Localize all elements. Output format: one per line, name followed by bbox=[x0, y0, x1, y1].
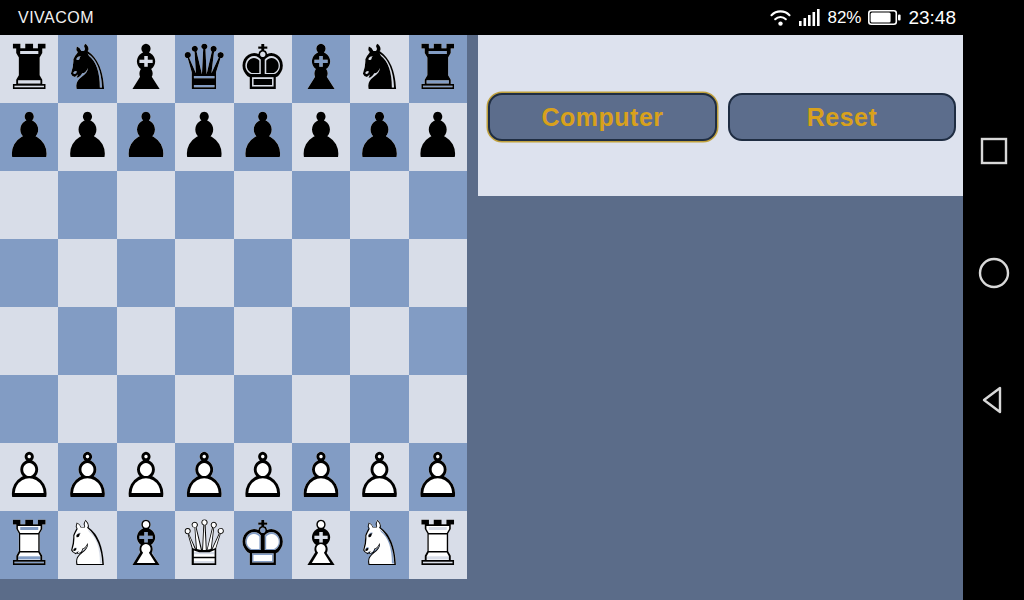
square-h4[interactable] bbox=[409, 307, 467, 375]
square-a2[interactable]: ♟♙ bbox=[0, 443, 58, 511]
square-c2[interactable]: ♟♙ bbox=[117, 443, 175, 511]
square-g5[interactable] bbox=[350, 239, 408, 307]
wifi-icon bbox=[769, 8, 792, 27]
piece-black-pawn: ♟♟ bbox=[409, 100, 467, 173]
piece-white-pawn: ♟♙ bbox=[58, 440, 116, 513]
square-a6[interactable] bbox=[0, 171, 58, 239]
square-c4[interactable] bbox=[117, 307, 175, 375]
carrier-label: VIVACOM bbox=[18, 0, 94, 35]
piece-black-knight: ♞♞ bbox=[350, 32, 408, 105]
computer-button[interactable]: Computer bbox=[488, 93, 717, 141]
square-c3[interactable] bbox=[117, 375, 175, 443]
android-nav-bar bbox=[963, 0, 1024, 600]
square-g1[interactable]: ♞♘ bbox=[350, 511, 408, 579]
piece-black-king: ♚♚ bbox=[234, 32, 292, 105]
piece-white-rook: ♜♖ bbox=[409, 508, 467, 581]
piece-black-bishop: ♝♝ bbox=[292, 32, 350, 105]
square-f7[interactable]: ♟♟ bbox=[292, 103, 350, 171]
square-f5[interactable] bbox=[292, 239, 350, 307]
piece-white-knight: ♞♘ bbox=[350, 508, 408, 581]
reset-button[interactable]: Reset bbox=[728, 93, 956, 141]
square-a5[interactable] bbox=[0, 239, 58, 307]
square-d4[interactable] bbox=[175, 307, 233, 375]
square-a1[interactable]: ♜♖ bbox=[0, 511, 58, 579]
status-right-cluster: 82% 23:48 bbox=[769, 0, 956, 35]
square-c7[interactable]: ♟♟ bbox=[117, 103, 175, 171]
piece-black-pawn: ♟♟ bbox=[350, 100, 408, 173]
square-d7[interactable]: ♟♟ bbox=[175, 103, 233, 171]
piece-white-pawn: ♟♙ bbox=[409, 440, 467, 513]
square-h5[interactable] bbox=[409, 239, 467, 307]
square-a7[interactable]: ♟♟ bbox=[0, 103, 58, 171]
home-circle-icon[interactable] bbox=[977, 256, 1011, 290]
piece-white-queen: ♛♕ bbox=[175, 508, 233, 581]
piece-black-bishop: ♝♝ bbox=[117, 32, 175, 105]
square-g6[interactable] bbox=[350, 171, 408, 239]
square-e7[interactable]: ♟♟ bbox=[234, 103, 292, 171]
recents-square-icon[interactable] bbox=[979, 136, 1009, 166]
piece-white-pawn: ♟♙ bbox=[350, 440, 408, 513]
piece-black-pawn: ♟♟ bbox=[0, 100, 58, 173]
square-e4[interactable] bbox=[234, 307, 292, 375]
piece-white-rook: ♜♖ bbox=[0, 508, 58, 581]
square-f1[interactable]: ♝♗ bbox=[292, 511, 350, 579]
piece-black-pawn: ♟♟ bbox=[175, 100, 233, 173]
status-bar: VIVACOM 82% 23:48 bbox=[0, 0, 1024, 35]
square-h6[interactable] bbox=[409, 171, 467, 239]
square-h2[interactable]: ♟♙ bbox=[409, 443, 467, 511]
piece-black-rook: ♜♜ bbox=[0, 32, 58, 105]
app-screen: VIVACOM 82% 23:48 ♜♜♞♞♝♝♛♛♚♚ bbox=[0, 0, 1024, 600]
piece-black-pawn: ♟♟ bbox=[117, 100, 175, 173]
square-c1[interactable]: ♝♗ bbox=[117, 511, 175, 579]
piece-black-rook: ♜♜ bbox=[409, 32, 467, 105]
square-b6[interactable] bbox=[58, 171, 116, 239]
square-h1[interactable]: ♜♖ bbox=[409, 511, 467, 579]
square-e3[interactable] bbox=[234, 375, 292, 443]
square-f8[interactable]: ♝♝ bbox=[292, 35, 350, 103]
square-h8[interactable]: ♜♜ bbox=[409, 35, 467, 103]
square-e8[interactable]: ♚♚ bbox=[234, 35, 292, 103]
square-b2[interactable]: ♟♙ bbox=[58, 443, 116, 511]
square-a4[interactable] bbox=[0, 307, 58, 375]
clock-label: 23:48 bbox=[908, 7, 956, 29]
square-a3[interactable] bbox=[0, 375, 58, 443]
piece-white-pawn: ♟♙ bbox=[117, 440, 175, 513]
signal-bars-icon bbox=[799, 9, 820, 26]
square-e5[interactable] bbox=[234, 239, 292, 307]
square-g4[interactable] bbox=[350, 307, 408, 375]
square-b7[interactable]: ♟♟ bbox=[58, 103, 116, 171]
battery-icon bbox=[868, 9, 901, 26]
square-g8[interactable]: ♞♞ bbox=[350, 35, 408, 103]
square-d8[interactable]: ♛♛ bbox=[175, 35, 233, 103]
square-b8[interactable]: ♞♞ bbox=[58, 35, 116, 103]
square-h3[interactable] bbox=[409, 375, 467, 443]
square-f4[interactable] bbox=[292, 307, 350, 375]
piece-white-knight: ♞♘ bbox=[58, 508, 116, 581]
square-e6[interactable] bbox=[234, 171, 292, 239]
square-d2[interactable]: ♟♙ bbox=[175, 443, 233, 511]
square-d6[interactable] bbox=[175, 171, 233, 239]
square-e1[interactable]: ♚♔ bbox=[234, 511, 292, 579]
square-f3[interactable] bbox=[292, 375, 350, 443]
square-b3[interactable] bbox=[58, 375, 116, 443]
square-c6[interactable] bbox=[117, 171, 175, 239]
piece-black-knight: ♞♞ bbox=[58, 32, 116, 105]
square-b4[interactable] bbox=[58, 307, 116, 375]
piece-black-pawn: ♟♟ bbox=[234, 100, 292, 173]
battery-percent-label: 82% bbox=[827, 8, 861, 28]
square-c8[interactable]: ♝♝ bbox=[117, 35, 175, 103]
square-d1[interactable]: ♛♕ bbox=[175, 511, 233, 579]
square-h7[interactable]: ♟♟ bbox=[409, 103, 467, 171]
back-triangle-icon[interactable] bbox=[977, 383, 1011, 417]
piece-black-pawn: ♟♟ bbox=[292, 100, 350, 173]
square-a8[interactable]: ♜♜ bbox=[0, 35, 58, 103]
square-g3[interactable] bbox=[350, 375, 408, 443]
square-d3[interactable] bbox=[175, 375, 233, 443]
square-c5[interactable] bbox=[117, 239, 175, 307]
piece-white-bishop: ♝♗ bbox=[117, 508, 175, 581]
piece-black-pawn: ♟♟ bbox=[58, 100, 116, 173]
piece-black-queen: ♛♛ bbox=[175, 32, 233, 105]
square-b1[interactable]: ♞♘ bbox=[58, 511, 116, 579]
square-f6[interactable] bbox=[292, 171, 350, 239]
control-panel: Computer Reset bbox=[478, 35, 963, 196]
square-e2[interactable]: ♟♙ bbox=[234, 443, 292, 511]
piece-white-pawn: ♟♙ bbox=[234, 440, 292, 513]
piece-white-pawn: ♟♙ bbox=[0, 440, 58, 513]
square-b5[interactable] bbox=[58, 239, 116, 307]
square-g7[interactable]: ♟♟ bbox=[350, 103, 408, 171]
square-g2[interactable]: ♟♙ bbox=[350, 443, 408, 511]
chess-board: ♜♜♞♞♝♝♛♛♚♚♝♝♞♞♜♜♟♟♟♟♟♟♟♟♟♟♟♟♟♟♟♟♟♙♟♙♟♙♟♙… bbox=[0, 35, 467, 579]
piece-white-bishop: ♝♗ bbox=[292, 508, 350, 581]
piece-white-king: ♚♔ bbox=[234, 508, 292, 581]
square-d5[interactable] bbox=[175, 239, 233, 307]
piece-white-pawn: ♟♙ bbox=[175, 440, 233, 513]
piece-white-pawn: ♟♙ bbox=[292, 440, 350, 513]
square-f2[interactable]: ♟♙ bbox=[292, 443, 350, 511]
